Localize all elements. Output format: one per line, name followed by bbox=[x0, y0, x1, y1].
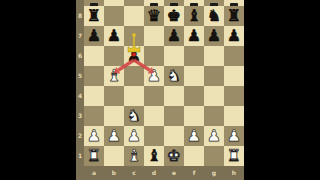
piece-white-pawn: ♟ bbox=[124, 126, 144, 146]
square-a8[interactable]: ♜ bbox=[84, 6, 104, 26]
piece-black-pawn: ♟ bbox=[184, 26, 204, 46]
square-g2[interactable]: ♟ bbox=[204, 126, 224, 146]
square-e2[interactable] bbox=[164, 126, 184, 146]
piece-white-pawn: ♟ bbox=[204, 126, 224, 146]
square-b5[interactable]: ♝ bbox=[104, 66, 124, 86]
square-e5[interactable]: ♞ bbox=[164, 66, 184, 86]
rank-label-3: 3 bbox=[76, 113, 84, 119]
square-d3[interactable] bbox=[144, 106, 164, 126]
piece-white-pawn: ♟ bbox=[224, 126, 244, 146]
piece-white-rook: ♜ bbox=[84, 146, 104, 166]
piece-black-bishop: ♝ bbox=[144, 146, 164, 166]
square-h8[interactable]: ♜ bbox=[224, 6, 244, 26]
file-label-e: e bbox=[164, 169, 184, 177]
square-g7[interactable]: ♟ bbox=[204, 26, 224, 46]
rank-label-8: 8 bbox=[76, 13, 84, 19]
rank-label-6: 6 bbox=[76, 53, 84, 59]
rank-label-1: 1 bbox=[76, 153, 84, 159]
square-f4[interactable] bbox=[184, 86, 204, 106]
square-f6[interactable] bbox=[184, 46, 204, 66]
square-a1[interactable]: ♜ bbox=[84, 146, 104, 166]
square-h3[interactable] bbox=[224, 106, 244, 126]
piece-black-bishop: ♝ bbox=[184, 6, 204, 26]
square-f3[interactable] bbox=[184, 106, 204, 126]
square-c3[interactable]: ♞ bbox=[124, 106, 144, 126]
square-c4[interactable] bbox=[124, 86, 144, 106]
rank-label-7: 7 bbox=[76, 33, 84, 39]
square-g5[interactable] bbox=[204, 66, 224, 86]
square-e6[interactable] bbox=[164, 46, 184, 66]
square-a7[interactable]: ♟ bbox=[84, 26, 104, 46]
square-d4[interactable] bbox=[144, 86, 164, 106]
piece-black-pawn: ♟ bbox=[124, 46, 144, 66]
square-d6[interactable] bbox=[144, 46, 164, 66]
piece-black-pawn: ♟ bbox=[164, 26, 184, 46]
piece-white-rook: ♜ bbox=[224, 146, 244, 166]
square-f5[interactable] bbox=[184, 66, 204, 86]
square-c7[interactable] bbox=[124, 26, 144, 46]
square-e7[interactable]: ♟ bbox=[164, 26, 184, 46]
chess-board: 87654321 ♜♛♚♝♞♜♟♟♟♟♟♟♟♝♟♞♞♟♟♟♟♟♟♜♝♝♚♜ ab… bbox=[76, 0, 244, 180]
file-label-f: f bbox=[184, 169, 204, 177]
piece-black-king: ♚ bbox=[164, 6, 184, 26]
piece-white-pawn: ♟ bbox=[144, 66, 164, 86]
square-d7[interactable] bbox=[144, 26, 164, 46]
square-a5[interactable] bbox=[84, 66, 104, 86]
square-c2[interactable]: ♟ bbox=[124, 126, 144, 146]
square-h6[interactable] bbox=[224, 46, 244, 66]
piece-white-pawn: ♟ bbox=[184, 126, 204, 146]
square-g6[interactable] bbox=[204, 46, 224, 66]
piece-black-pawn: ♟ bbox=[104, 26, 124, 46]
square-d5[interactable]: ♟ bbox=[144, 66, 164, 86]
file-label-g: g bbox=[204, 169, 224, 177]
square-g8[interactable]: ♞ bbox=[204, 6, 224, 26]
square-a4[interactable] bbox=[84, 86, 104, 106]
rank-label-2: 2 bbox=[76, 133, 84, 139]
piece-black-queen: ♛ bbox=[144, 6, 164, 26]
square-d8[interactable]: ♛ bbox=[144, 6, 164, 26]
piece-white-king: ♚ bbox=[164, 146, 184, 166]
piece-white-bishop: ♝ bbox=[124, 146, 144, 166]
square-a6[interactable] bbox=[84, 46, 104, 66]
square-h5[interactable] bbox=[224, 66, 244, 86]
square-d2[interactable] bbox=[144, 126, 164, 146]
square-c8[interactable] bbox=[124, 6, 144, 26]
piece-black-pawn: ♟ bbox=[204, 26, 224, 46]
square-b8[interactable] bbox=[104, 6, 124, 26]
square-b3[interactable] bbox=[104, 106, 124, 126]
file-label-h: h bbox=[224, 169, 244, 177]
square-h7[interactable]: ♟ bbox=[224, 26, 244, 46]
rank-labels: 87654321 bbox=[76, 6, 84, 166]
square-f7[interactable]: ♟ bbox=[184, 26, 204, 46]
square-f2[interactable]: ♟ bbox=[184, 126, 204, 146]
square-c1[interactable]: ♝ bbox=[124, 146, 144, 166]
piece-white-pawn: ♟ bbox=[104, 126, 124, 146]
square-b7[interactable]: ♟ bbox=[104, 26, 124, 46]
square-c6[interactable]: ♟ bbox=[124, 46, 144, 66]
square-b1[interactable] bbox=[104, 146, 124, 166]
square-g1[interactable] bbox=[204, 146, 224, 166]
square-g4[interactable] bbox=[204, 86, 224, 106]
piece-white-pawn: ♟ bbox=[84, 126, 104, 146]
piece-white-bishop: ♝ bbox=[104, 66, 124, 86]
piece-black-pawn: ♟ bbox=[224, 26, 244, 46]
square-b6[interactable] bbox=[104, 46, 124, 66]
file-label-b: b bbox=[104, 169, 124, 177]
square-h4[interactable] bbox=[224, 86, 244, 106]
piece-white-knight: ♞ bbox=[124, 106, 144, 126]
file-labels: abcdefgh bbox=[84, 166, 244, 180]
piece-white-knight: ♞ bbox=[164, 66, 184, 86]
square-e1[interactable]: ♚ bbox=[164, 146, 184, 166]
piece-black-knight: ♞ bbox=[204, 6, 224, 26]
file-label-c: c bbox=[124, 169, 144, 177]
square-b2[interactable]: ♟ bbox=[104, 126, 124, 146]
rank-label-4: 4 bbox=[76, 93, 84, 99]
square-c5[interactable] bbox=[124, 66, 144, 86]
board-grid: ♜♛♚♝♞♜♟♟♟♟♟♟♟♝♟♞♞♟♟♟♟♟♟♜♝♝♚♜ bbox=[84, 6, 244, 166]
square-a2[interactable]: ♟ bbox=[84, 126, 104, 146]
square-a3[interactable] bbox=[84, 106, 104, 126]
rank-label-5: 5 bbox=[76, 73, 84, 79]
square-d1[interactable]: ♝ bbox=[144, 146, 164, 166]
piece-black-rook: ♜ bbox=[84, 6, 104, 26]
square-b4[interactable] bbox=[104, 86, 124, 106]
square-e4[interactable] bbox=[164, 86, 184, 106]
square-h2[interactable]: ♟ bbox=[224, 126, 244, 146]
square-e3[interactable] bbox=[164, 106, 184, 126]
square-f8[interactable]: ♝ bbox=[184, 6, 204, 26]
file-label-d: d bbox=[144, 169, 164, 177]
piece-black-rook: ♜ bbox=[224, 6, 244, 26]
piece-black-pawn: ♟ bbox=[84, 26, 104, 46]
square-g3[interactable] bbox=[204, 106, 224, 126]
square-e8[interactable]: ♚ bbox=[164, 6, 184, 26]
square-f1[interactable] bbox=[184, 146, 204, 166]
file-label-a: a bbox=[84, 169, 104, 177]
thumbnail-stage: 87654321 ♜♛♚♝♞♜♟♟♟♟♟♟♟♝♟♞♞♟♟♟♟♟♟♜♝♝♚♜ ab… bbox=[0, 0, 320, 180]
square-h1[interactable]: ♜ bbox=[224, 146, 244, 166]
